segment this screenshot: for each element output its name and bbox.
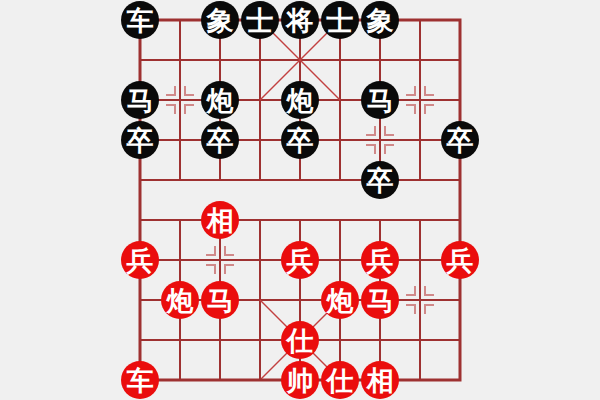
- cell-5-0: 士: [320, 0, 360, 40]
- cell-8-2: [440, 80, 480, 120]
- piece-red-soldier[interactable]: 兵: [121, 241, 159, 279]
- cell-2-7: 马: [200, 280, 240, 320]
- cell-1-2: [160, 80, 200, 120]
- cell-4-2: 炮: [280, 80, 320, 120]
- piece-red-soldier[interactable]: 兵: [441, 241, 479, 279]
- cell-6-8: [360, 320, 400, 360]
- cell-4-8: 仕: [280, 320, 320, 360]
- cell-8-9: [440, 360, 480, 400]
- cell-8-3: 卒: [440, 120, 480, 160]
- piece-red-advisor[interactable]: 仕: [281, 321, 319, 359]
- piece-black-advisor[interactable]: 士: [321, 1, 359, 39]
- cell-8-4: [440, 160, 480, 200]
- piece-black-soldier[interactable]: 卒: [361, 161, 399, 199]
- cell-8-5: [440, 200, 480, 240]
- cell-0-4: [120, 160, 160, 200]
- cell-7-5: [400, 200, 440, 240]
- cell-1-5: [160, 200, 200, 240]
- cell-4-3: 卒: [280, 120, 320, 160]
- cell-2-3: 卒: [200, 120, 240, 160]
- cell-3-6: [240, 240, 280, 280]
- piece-black-advisor[interactable]: 士: [241, 1, 279, 39]
- piece-red-soldier[interactable]: 兵: [361, 241, 399, 279]
- cell-6-1: [360, 40, 400, 80]
- piece-red-elephant[interactable]: 相: [361, 361, 399, 399]
- cell-6-5: [360, 200, 400, 240]
- cell-1-7: 炮: [160, 280, 200, 320]
- cell-8-6: 兵: [440, 240, 480, 280]
- cell-5-5: [320, 200, 360, 240]
- cell-2-5: 相: [200, 200, 240, 240]
- cell-0-9: 车: [120, 360, 160, 400]
- cell-5-2: [320, 80, 360, 120]
- piece-black-elephant[interactable]: 象: [361, 1, 399, 39]
- cell-0-8: [120, 320, 160, 360]
- cell-0-3: 卒: [120, 120, 160, 160]
- cell-2-2: 炮: [200, 80, 240, 120]
- piece-red-cannon[interactable]: 炮: [161, 281, 199, 319]
- cell-7-0: [400, 0, 440, 40]
- cell-0-2: 马: [120, 80, 160, 120]
- cell-3-2: [240, 80, 280, 120]
- cell-5-3: [320, 120, 360, 160]
- cell-7-8: [400, 320, 440, 360]
- cell-8-7: [440, 280, 480, 320]
- cell-6-0: 象: [360, 0, 400, 40]
- cell-7-6: [400, 240, 440, 280]
- cell-6-4: 卒: [360, 160, 400, 200]
- cell-3-0: 士: [240, 0, 280, 40]
- piece-black-horse[interactable]: 马: [121, 81, 159, 119]
- cell-4-7: [280, 280, 320, 320]
- piece-black-general[interactable]: 将: [281, 1, 319, 39]
- cell-3-3: [240, 120, 280, 160]
- cell-5-4: [320, 160, 360, 200]
- piece-black-horse[interactable]: 马: [361, 81, 399, 119]
- piece-red-elephant[interactable]: 相: [201, 201, 239, 239]
- piece-black-soldier[interactable]: 卒: [201, 121, 239, 159]
- cell-1-1: [160, 40, 200, 80]
- cell-7-2: [400, 80, 440, 120]
- cell-6-2: 马: [360, 80, 400, 120]
- cell-7-9: [400, 360, 440, 400]
- cell-7-7: [400, 280, 440, 320]
- cell-0-7: [120, 280, 160, 320]
- cell-4-4: [280, 160, 320, 200]
- cell-5-8: [320, 320, 360, 360]
- cell-6-6: 兵: [360, 240, 400, 280]
- cell-0-5: [120, 200, 160, 240]
- cell-1-6: [160, 240, 200, 280]
- piece-black-cannon[interactable]: 炮: [281, 81, 319, 119]
- cell-2-9: [200, 360, 240, 400]
- piece-red-advisor[interactable]: 仕: [321, 361, 359, 399]
- cell-5-6: [320, 240, 360, 280]
- cell-4-1: [280, 40, 320, 80]
- piece-black-soldier[interactable]: 卒: [121, 121, 159, 159]
- cell-1-0: [160, 0, 200, 40]
- piece-red-soldier[interactable]: 兵: [281, 241, 319, 279]
- piece-black-elephant[interactable]: 象: [201, 1, 239, 39]
- cell-3-1: [240, 40, 280, 80]
- cell-8-0: [440, 0, 480, 40]
- cell-3-9: [240, 360, 280, 400]
- cell-8-8: [440, 320, 480, 360]
- cell-0-6: 兵: [120, 240, 160, 280]
- cell-0-0: 车: [120, 0, 160, 40]
- cell-2-6: [200, 240, 240, 280]
- cell-5-9: 仕: [320, 360, 360, 400]
- board-grid: 车象士将士象马炮炮马卒卒卒卒卒相兵兵兵兵炮马炮马仕车帅仕相: [120, 0, 480, 400]
- cell-1-9: [160, 360, 200, 400]
- cell-4-6: 兵: [280, 240, 320, 280]
- cell-2-0: 象: [200, 0, 240, 40]
- cell-1-4: [160, 160, 200, 200]
- cell-1-3: [160, 120, 200, 160]
- cell-6-7: 马: [360, 280, 400, 320]
- piece-black-cannon[interactable]: 炮: [201, 81, 239, 119]
- cell-3-7: [240, 280, 280, 320]
- piece-red-chariot[interactable]: 车: [121, 361, 159, 399]
- cell-4-5: [280, 200, 320, 240]
- piece-red-general[interactable]: 帅: [281, 361, 319, 399]
- cell-2-8: [200, 320, 240, 360]
- cell-2-4: [200, 160, 240, 200]
- piece-black-soldier[interactable]: 卒: [441, 121, 479, 159]
- cell-2-1: [200, 40, 240, 80]
- cell-5-1: [320, 40, 360, 80]
- piece-red-horse[interactable]: 马: [201, 281, 239, 319]
- cell-6-9: 相: [360, 360, 400, 400]
- cell-3-5: [240, 200, 280, 240]
- cell-1-8: [160, 320, 200, 360]
- cell-7-1: [400, 40, 440, 80]
- piece-red-cannon[interactable]: 炮: [321, 281, 359, 319]
- cell-0-1: [120, 40, 160, 80]
- cell-7-3: [400, 120, 440, 160]
- cell-3-8: [240, 320, 280, 360]
- cell-8-1: [440, 40, 480, 80]
- cell-6-3: [360, 120, 400, 160]
- xiangqi-board: 车象士将士象马炮炮马卒卒卒卒卒相兵兵兵兵炮马炮马仕车帅仕相: [0, 0, 600, 400]
- cell-5-7: 炮: [320, 280, 360, 320]
- piece-black-chariot[interactable]: 车: [121, 1, 159, 39]
- piece-red-horse[interactable]: 马: [361, 281, 399, 319]
- cell-4-9: 帅: [280, 360, 320, 400]
- piece-black-soldier[interactable]: 卒: [281, 121, 319, 159]
- cell-4-0: 将: [280, 0, 320, 40]
- cell-7-4: [400, 160, 440, 200]
- cell-3-4: [240, 160, 280, 200]
